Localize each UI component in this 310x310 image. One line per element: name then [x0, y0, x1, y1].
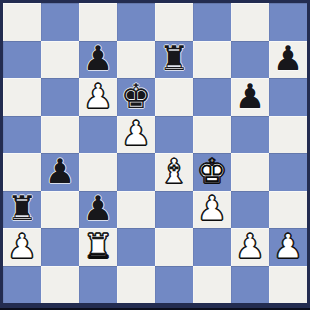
square-c2[interactable]: ♜: [79, 228, 117, 266]
square-e3[interactable]: [155, 191, 193, 229]
square-a5[interactable]: [3, 116, 41, 154]
square-g8[interactable]: [231, 3, 269, 41]
piece-white-pawn-g2[interactable]: ♟: [235, 229, 265, 263]
square-f8[interactable]: [193, 3, 231, 41]
square-b7[interactable]: [41, 41, 79, 79]
square-a8[interactable]: [3, 3, 41, 41]
piece-black-pawn-g6[interactable]: ♟: [235, 79, 265, 113]
square-d5[interactable]: ♟: [117, 116, 155, 154]
square-e7[interactable]: ♜: [155, 41, 193, 79]
chess-board: ♟♜♟♟♚♟♟♟♝♚♜♟♟♟♜♟♟: [3, 3, 307, 303]
square-g3[interactable]: [231, 191, 269, 229]
square-g6[interactable]: ♟: [231, 78, 269, 116]
square-h3[interactable]: [269, 191, 307, 229]
square-a7[interactable]: [3, 41, 41, 79]
square-b6[interactable]: [41, 78, 79, 116]
square-f1[interactable]: [193, 266, 231, 304]
piece-white-pawn-f3[interactable]: ♟: [197, 191, 227, 225]
square-h1[interactable]: [269, 266, 307, 304]
square-a2[interactable]: ♟: [3, 228, 41, 266]
piece-black-rook-e7[interactable]: ♜: [159, 41, 189, 75]
square-d6[interactable]: ♚: [117, 78, 155, 116]
square-e8[interactable]: [155, 3, 193, 41]
piece-black-pawn-b4[interactable]: ♟: [45, 154, 75, 188]
square-e4[interactable]: ♝: [155, 153, 193, 191]
piece-black-pawn-h7[interactable]: ♟: [273, 41, 303, 75]
square-a1[interactable]: [3, 266, 41, 304]
piece-black-king-d6[interactable]: ♚: [121, 79, 151, 113]
piece-white-pawn-c6[interactable]: ♟: [83, 79, 113, 113]
square-e5[interactable]: [155, 116, 193, 154]
square-f5[interactable]: [193, 116, 231, 154]
square-b3[interactable]: [41, 191, 79, 229]
square-g1[interactable]: [231, 266, 269, 304]
square-d4[interactable]: [117, 153, 155, 191]
square-a6[interactable]: [3, 78, 41, 116]
chess-board-frame: ♟♜♟♟♚♟♟♟♝♚♜♟♟♟♜♟♟: [0, 0, 310, 310]
square-b4[interactable]: ♟: [41, 153, 79, 191]
square-a4[interactable]: [3, 153, 41, 191]
square-b5[interactable]: [41, 116, 79, 154]
square-c3[interactable]: ♟: [79, 191, 117, 229]
square-c5[interactable]: [79, 116, 117, 154]
square-f6[interactable]: [193, 78, 231, 116]
square-d7[interactable]: [117, 41, 155, 79]
piece-white-king-f4[interactable]: ♚: [197, 154, 227, 188]
square-c6[interactable]: ♟: [79, 78, 117, 116]
piece-black-pawn-c7[interactable]: ♟: [83, 41, 113, 75]
square-d1[interactable]: [117, 266, 155, 304]
square-h4[interactable]: [269, 153, 307, 191]
square-e6[interactable]: [155, 78, 193, 116]
square-c4[interactable]: [79, 153, 117, 191]
square-e1[interactable]: [155, 266, 193, 304]
square-f2[interactable]: [193, 228, 231, 266]
square-c1[interactable]: [79, 266, 117, 304]
square-h7[interactable]: ♟: [269, 41, 307, 79]
square-g4[interactable]: [231, 153, 269, 191]
square-f7[interactable]: [193, 41, 231, 79]
square-g5[interactable]: [231, 116, 269, 154]
square-h2[interactable]: ♟: [269, 228, 307, 266]
piece-white-rook-c2[interactable]: ♜: [83, 229, 113, 263]
square-f3[interactable]: ♟: [193, 191, 231, 229]
square-a3[interactable]: ♜: [3, 191, 41, 229]
piece-white-pawn-h2[interactable]: ♟: [273, 229, 303, 263]
square-g7[interactable]: [231, 41, 269, 79]
square-f4[interactable]: ♚: [193, 153, 231, 191]
square-d8[interactable]: [117, 3, 155, 41]
square-c7[interactable]: ♟: [79, 41, 117, 79]
square-d2[interactable]: [117, 228, 155, 266]
square-b1[interactable]: [41, 266, 79, 304]
square-c8[interactable]: [79, 3, 117, 41]
square-g2[interactable]: ♟: [231, 228, 269, 266]
piece-white-pawn-d5[interactable]: ♟: [121, 116, 151, 150]
square-b2[interactable]: [41, 228, 79, 266]
square-b8[interactable]: [41, 3, 79, 41]
square-h6[interactable]: [269, 78, 307, 116]
piece-black-rook-a3[interactable]: ♜: [7, 191, 37, 225]
square-d3[interactable]: [117, 191, 155, 229]
square-e2[interactable]: [155, 228, 193, 266]
piece-white-bishop-e4[interactable]: ♝: [159, 154, 189, 188]
square-h8[interactable]: [269, 3, 307, 41]
square-h5[interactable]: [269, 116, 307, 154]
piece-white-pawn-a2[interactable]: ♟: [7, 229, 37, 263]
piece-black-pawn-c3[interactable]: ♟: [83, 191, 113, 225]
